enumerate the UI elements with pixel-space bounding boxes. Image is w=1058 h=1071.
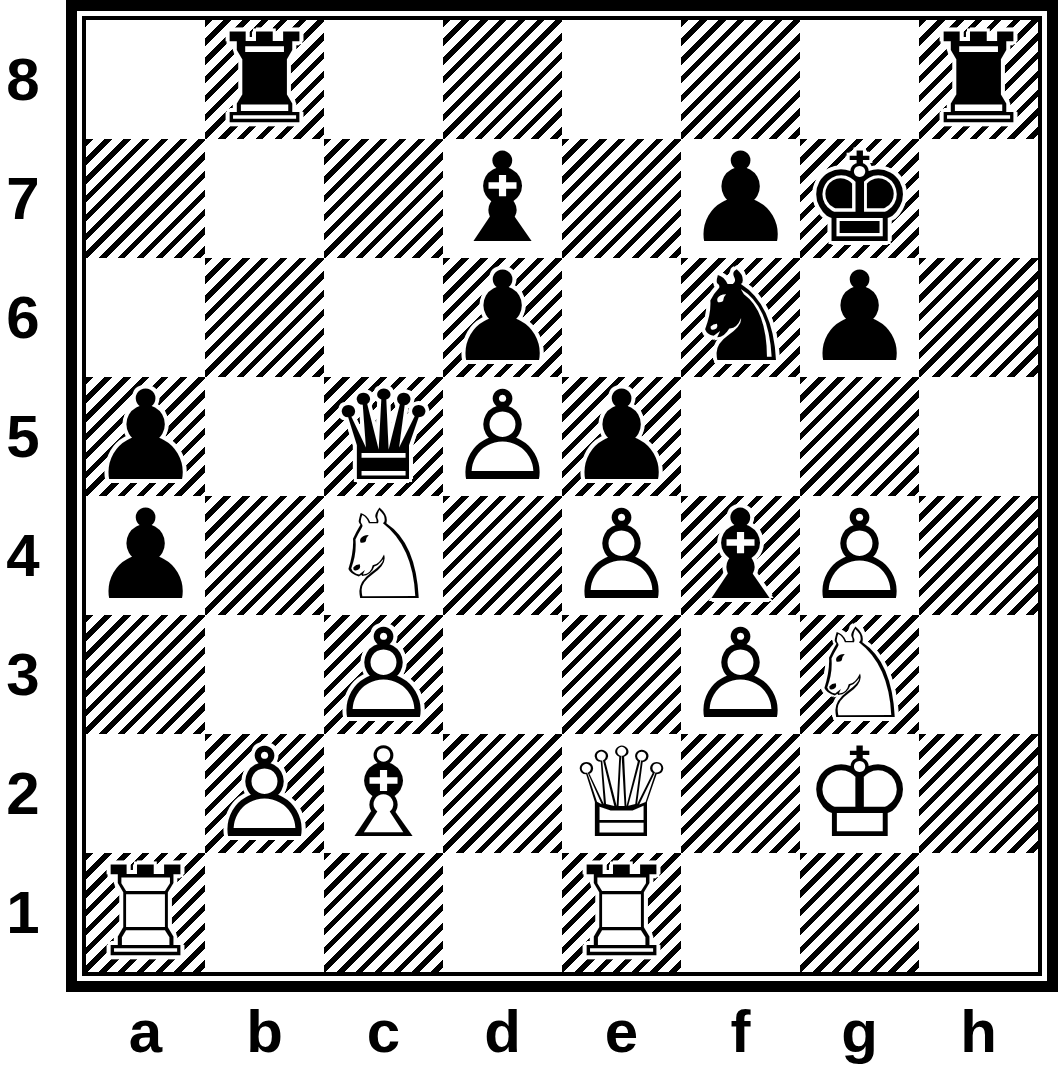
rank-label-4: 4 (0, 496, 46, 615)
square-f4[interactable]: ♝♝ (681, 496, 800, 615)
square-g7[interactable]: ♚♚ (800, 139, 919, 258)
square-h1[interactable] (919, 853, 1038, 972)
white-bishop-icon: ♗ (324, 734, 443, 853)
square-e2[interactable]: ♛♕ (562, 734, 681, 853)
square-a6[interactable] (86, 258, 205, 377)
square-f3[interactable]: ♟♙ (681, 615, 800, 734)
square-e8[interactable] (562, 20, 681, 139)
square-g3[interactable]: ♞♘ (800, 615, 919, 734)
chess-board-frame: ♜♜♜♜♝♝♟♟♚♚♟♟♞♞♟♟♟♟♛♛♟♙♟♟♟♟♞♘♟♙♝♝♟♙♟♙♟♙♞♘… (66, 0, 1058, 992)
square-h3[interactable] (919, 615, 1038, 734)
chess-board: ♜♜♜♜♝♝♟♟♚♚♟♟♞♞♟♟♟♟♛♛♟♙♟♟♟♟♞♘♟♙♝♝♟♙♟♙♟♙♞♘… (82, 16, 1042, 976)
chess-diagram-page: 87654321 ♜♜♜♜♝♝♟♟♚♚♟♟♞♞♟♟♟♟♛♛♟♙♟♟♟♟♞♘♟♙♝… (0, 0, 1058, 1071)
black-pawn-icon: ♟ (443, 258, 562, 377)
square-b3[interactable] (205, 615, 324, 734)
white-pawn-icon: ♙ (681, 615, 800, 734)
square-c8[interactable] (324, 20, 443, 139)
square-f1[interactable] (681, 853, 800, 972)
black-king-icon: ♚ (800, 139, 919, 258)
rank-label-2: 2 (0, 734, 46, 853)
file-label-h: h (919, 992, 1038, 1071)
square-e4[interactable]: ♟♙ (562, 496, 681, 615)
square-c6[interactable] (324, 258, 443, 377)
white-rook-icon: ♖ (86, 853, 205, 972)
square-a1[interactable]: ♜♖ (86, 853, 205, 972)
white-king-icon: ♔ (800, 734, 919, 853)
black-bishop-icon: ♝ (443, 139, 562, 258)
square-g1[interactable] (800, 853, 919, 972)
square-d5[interactable]: ♟♙ (443, 377, 562, 496)
square-g8[interactable] (800, 20, 919, 139)
square-g5[interactable] (800, 377, 919, 496)
black-rook-icon: ♜ (919, 20, 1038, 139)
square-b1[interactable] (205, 853, 324, 972)
file-labels: abcdefgh (86, 992, 1038, 1071)
square-c4[interactable]: ♞♘ (324, 496, 443, 615)
square-h5[interactable] (919, 377, 1038, 496)
square-d3[interactable] (443, 615, 562, 734)
square-e5[interactable]: ♟♟ (562, 377, 681, 496)
square-e7[interactable] (562, 139, 681, 258)
square-d2[interactable] (443, 734, 562, 853)
square-d4[interactable] (443, 496, 562, 615)
file-label-b: b (205, 992, 324, 1071)
square-d6[interactable]: ♟♟ (443, 258, 562, 377)
square-f5[interactable] (681, 377, 800, 496)
square-a2[interactable] (86, 734, 205, 853)
black-pawn-icon: ♟ (86, 377, 205, 496)
square-a5[interactable]: ♟♟ (86, 377, 205, 496)
square-f6[interactable]: ♞♞ (681, 258, 800, 377)
square-b4[interactable] (205, 496, 324, 615)
white-pawn-icon: ♙ (324, 615, 443, 734)
black-pawn-icon: ♟ (562, 377, 681, 496)
square-c2[interactable]: ♝♗ (324, 734, 443, 853)
square-d7[interactable]: ♝♝ (443, 139, 562, 258)
file-label-a: a (86, 992, 205, 1071)
square-e6[interactable] (562, 258, 681, 377)
square-c1[interactable] (324, 853, 443, 972)
file-label-d: d (443, 992, 562, 1071)
square-c7[interactable] (324, 139, 443, 258)
file-label-c: c (324, 992, 443, 1071)
square-g6[interactable]: ♟♟ (800, 258, 919, 377)
square-h4[interactable] (919, 496, 1038, 615)
square-g2[interactable]: ♚♔ (800, 734, 919, 853)
square-h8[interactable]: ♜♜ (919, 20, 1038, 139)
square-b5[interactable] (205, 377, 324, 496)
white-rook-icon: ♖ (562, 853, 681, 972)
white-knight-icon: ♘ (324, 496, 443, 615)
square-a4[interactable]: ♟♟ (86, 496, 205, 615)
white-pawn-icon: ♙ (562, 496, 681, 615)
square-h6[interactable] (919, 258, 1038, 377)
rank-label-3: 3 (0, 615, 46, 734)
white-queen-icon: ♕ (562, 734, 681, 853)
square-f7[interactable]: ♟♟ (681, 139, 800, 258)
white-pawn-icon: ♙ (205, 734, 324, 853)
rank-label-6: 6 (0, 258, 46, 377)
square-c3[interactable]: ♟♙ (324, 615, 443, 734)
square-a3[interactable] (86, 615, 205, 734)
square-b7[interactable] (205, 139, 324, 258)
black-pawn-icon: ♟ (800, 258, 919, 377)
file-label-e: e (562, 992, 681, 1071)
white-pawn-icon: ♙ (443, 377, 562, 496)
square-c5[interactable]: ♛♛ (324, 377, 443, 496)
square-b2[interactable]: ♟♙ (205, 734, 324, 853)
black-bishop-icon: ♝ (681, 496, 800, 615)
black-rook-icon: ♜ (205, 20, 324, 139)
square-b6[interactable] (205, 258, 324, 377)
square-e3[interactable] (562, 615, 681, 734)
square-a7[interactable] (86, 139, 205, 258)
square-f8[interactable] (681, 20, 800, 139)
square-a8[interactable] (86, 20, 205, 139)
square-e1[interactable]: ♜♖ (562, 853, 681, 972)
rank-label-5: 5 (0, 377, 46, 496)
black-knight-icon: ♞ (681, 258, 800, 377)
white-knight-icon: ♘ (800, 615, 919, 734)
file-label-f: f (681, 992, 800, 1071)
square-b8[interactable]: ♜♜ (205, 20, 324, 139)
rank-label-7: 7 (0, 139, 46, 258)
square-d1[interactable] (443, 853, 562, 972)
rank-label-8: 8 (0, 20, 46, 139)
black-queen-icon: ♛ (324, 377, 443, 496)
square-h2[interactable] (919, 734, 1038, 853)
white-pawn-icon: ♙ (800, 496, 919, 615)
square-g4[interactable]: ♟♙ (800, 496, 919, 615)
black-pawn-icon: ♟ (86, 496, 205, 615)
square-h7[interactable] (919, 139, 1038, 258)
file-label-g: g (800, 992, 919, 1071)
square-d8[interactable] (443, 20, 562, 139)
square-f2[interactable] (681, 734, 800, 853)
rank-labels: 87654321 (0, 20, 46, 972)
black-pawn-icon: ♟ (681, 139, 800, 258)
rank-label-1: 1 (0, 853, 46, 972)
